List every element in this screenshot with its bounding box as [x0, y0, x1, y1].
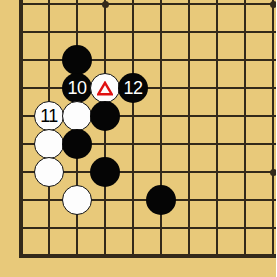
board-point-J10[interactable] — [231, 0, 259, 18]
board-point-G1[interactable] — [175, 242, 203, 270]
move-number-label-11: 11 — [40, 107, 58, 125]
board-point-B10[interactable] — [35, 0, 63, 18]
go-diagram: 101211 — [0, 0, 276, 277]
board-point-K9[interactable] — [259, 18, 276, 46]
board-point-C9[interactable] — [63, 18, 91, 46]
board-point-D9[interactable] — [91, 18, 119, 46]
stone-white-B4 — [34, 157, 64, 187]
board-point-D7[interactable] — [91, 74, 119, 102]
board-point-H6[interactable] — [203, 102, 231, 130]
board-point-F4[interactable] — [147, 158, 175, 186]
board-point-A6[interactable] — [7, 102, 35, 130]
board-point-J1[interactable] — [231, 242, 259, 270]
board-point-B5[interactable] — [35, 130, 63, 158]
board-point-H8[interactable] — [203, 46, 231, 74]
stone-black-D4 — [90, 157, 120, 187]
move-number-label-10: 10 — [67, 79, 86, 97]
board-point-G3[interactable] — [175, 186, 203, 214]
board-point-K2[interactable] — [259, 214, 276, 242]
board-point-G8[interactable] — [175, 46, 203, 74]
triangle-mark-icon — [97, 81, 113, 96]
board-point-F1[interactable] — [147, 242, 175, 270]
board-point-D8[interactable] — [91, 46, 119, 74]
board-point-E5[interactable] — [119, 130, 147, 158]
star-point-D10 — [102, 1, 109, 8]
board-point-C10[interactable] — [63, 0, 91, 18]
board-point-E7[interactable]: 12 — [119, 74, 147, 102]
board-point-F10[interactable] — [147, 0, 175, 18]
board-point-D2[interactable] — [91, 214, 119, 242]
board-point-K7[interactable] — [259, 74, 276, 102]
board-point-C6[interactable] — [63, 102, 91, 130]
board-point-A8[interactable] — [7, 46, 35, 74]
board-point-F7[interactable] — [147, 74, 175, 102]
board-point-A9[interactable] — [7, 18, 35, 46]
board-point-F8[interactable] — [147, 46, 175, 74]
board-point-G5[interactable] — [175, 130, 203, 158]
board-point-H2[interactable] — [203, 214, 231, 242]
board-point-A10[interactable] — [7, 0, 35, 18]
board-point-K6[interactable] — [259, 102, 276, 130]
board-point-E2[interactable] — [119, 214, 147, 242]
board-point-B6[interactable]: 11 — [35, 102, 63, 130]
board-point-G4[interactable] — [175, 158, 203, 186]
board-point-K1[interactable] — [259, 242, 276, 270]
board-point-K5[interactable] — [259, 130, 276, 158]
board-point-D5[interactable] — [91, 130, 119, 158]
board-point-J3[interactable] — [231, 186, 259, 214]
board-point-G6[interactable] — [175, 102, 203, 130]
board-point-E6[interactable] — [119, 102, 147, 130]
board-point-F9[interactable] — [147, 18, 175, 46]
board-point-H4[interactable] — [203, 158, 231, 186]
board-point-J5[interactable] — [231, 130, 259, 158]
board-point-F3[interactable] — [147, 186, 175, 214]
board-point-J4[interactable] — [231, 158, 259, 186]
board-point-B1[interactable] — [35, 242, 63, 270]
board-point-C1[interactable] — [63, 242, 91, 270]
board-point-D1[interactable] — [91, 242, 119, 270]
board-point-J8[interactable] — [231, 46, 259, 74]
stone-white-B6: 11 — [34, 101, 64, 131]
stone-white-C6 — [62, 101, 92, 131]
board-point-H1[interactable] — [203, 242, 231, 270]
board-point-H5[interactable] — [203, 130, 231, 158]
board-point-E3[interactable] — [119, 186, 147, 214]
stone-black-E7: 12 — [118, 73, 148, 103]
board-point-E8[interactable] — [119, 46, 147, 74]
board-point-J6[interactable] — [231, 102, 259, 130]
board-point-G10[interactable] — [175, 0, 203, 18]
board-point-F6[interactable] — [147, 102, 175, 130]
stone-black-C5 — [62, 129, 92, 159]
board-point-B2[interactable] — [35, 214, 63, 242]
board-point-C5[interactable] — [63, 130, 91, 158]
board-point-F5[interactable] — [147, 130, 175, 158]
stone-white-D7 — [90, 73, 120, 103]
board-point-K10[interactable] — [259, 0, 276, 18]
stone-black-F3 — [146, 185, 176, 215]
board-point-K8[interactable] — [259, 46, 276, 74]
board-point-C7[interactable]: 10 — [63, 74, 91, 102]
board-point-A3[interactable] — [7, 186, 35, 214]
board-point-J2[interactable] — [231, 214, 259, 242]
board-point-F2[interactable] — [147, 214, 175, 242]
board-point-B4[interactable] — [35, 158, 63, 186]
board-point-G9[interactable] — [175, 18, 203, 46]
board-point-B8[interactable] — [35, 46, 63, 74]
star-point-K4 — [270, 169, 277, 176]
board-point-D10[interactable] — [91, 0, 119, 18]
stone-white-B5 — [34, 129, 64, 159]
board-point-A5[interactable] — [7, 130, 35, 158]
stone-black-C7: 10 — [62, 73, 92, 103]
board-point-K3[interactable] — [259, 186, 276, 214]
board-point-A7[interactable] — [7, 74, 35, 102]
board-point-H7[interactable] — [203, 74, 231, 102]
board-point-A4[interactable] — [7, 158, 35, 186]
board-point-G2[interactable] — [175, 214, 203, 242]
board-point-C4[interactable] — [63, 158, 91, 186]
board-point-D6[interactable] — [91, 102, 119, 130]
stone-black-D6 — [90, 101, 120, 131]
board-point-B9[interactable] — [35, 18, 63, 46]
board-point-H10[interactable] — [203, 0, 231, 18]
board-point-E10[interactable] — [119, 0, 147, 18]
board-point-E1[interactable] — [119, 242, 147, 270]
stone-white-C3 — [62, 185, 92, 215]
board-point-E9[interactable] — [119, 18, 147, 46]
board-point-B7[interactable] — [35, 74, 63, 102]
star-point-K10 — [270, 1, 277, 8]
board-point-J9[interactable] — [231, 18, 259, 46]
go-board: 101211 — [7, 0, 276, 270]
board-point-K4[interactable] — [259, 158, 276, 186]
board-point-G7[interactable] — [175, 74, 203, 102]
board-point-B3[interactable] — [35, 186, 63, 214]
board-point-E4[interactable] — [119, 158, 147, 186]
board-point-A1[interactable] — [7, 242, 35, 270]
move-number-label-12: 12 — [123, 79, 142, 97]
board-point-C2[interactable] — [63, 214, 91, 242]
board-point-D4[interactable] — [91, 158, 119, 186]
board-point-C3[interactable] — [63, 186, 91, 214]
board-point-D3[interactable] — [91, 186, 119, 214]
stone-black-C8 — [62, 45, 92, 75]
board-point-A2[interactable] — [7, 214, 35, 242]
board-point-C8[interactable] — [63, 46, 91, 74]
board-point-H9[interactable] — [203, 18, 231, 46]
board-point-J7[interactable] — [231, 74, 259, 102]
board-point-H3[interactable] — [203, 186, 231, 214]
